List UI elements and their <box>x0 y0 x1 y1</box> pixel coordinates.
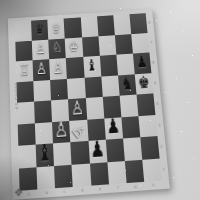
square-d2 <box>71 141 90 164</box>
square-f7 <box>98 35 116 56</box>
black-pawn-f3: ♟ <box>106 116 121 137</box>
file-label-g: g <box>126 182 144 191</box>
square-c6: ♙ <box>49 58 67 80</box>
square-d7: ♔ <box>65 37 83 58</box>
square-c8: ♕ <box>48 19 65 40</box>
black-bishop-b2: ♝ <box>37 141 52 164</box>
rank-label-3: 3 <box>155 114 163 136</box>
square-c1 <box>54 164 73 188</box>
square-f4 <box>102 96 121 118</box>
square-d1 <box>72 163 91 187</box>
white-pawn-c6: ♙ <box>52 59 64 75</box>
square-g2 <box>123 137 142 160</box>
square-h2 <box>140 136 159 159</box>
rank-label-5: 5 <box>151 72 159 93</box>
square-e2: ♟ <box>88 140 107 163</box>
black-king-h5: ♚ <box>137 73 150 91</box>
square-a2 <box>18 145 36 168</box>
square-b2: ♝ <box>36 143 54 166</box>
square-e5 <box>84 76 102 98</box>
square-e8 <box>80 16 98 37</box>
square-g3 <box>121 116 140 139</box>
square-h4 <box>136 93 155 115</box>
file-label-f: f <box>109 183 127 192</box>
board-edge-brand-text: US CHESS <box>13 89 19 109</box>
rank-label-2: 2 <box>157 136 165 158</box>
square-a6: ♖ <box>16 60 34 82</box>
square-b7: ♙ <box>32 39 49 60</box>
square-g1 <box>125 159 145 183</box>
square-b3 <box>35 122 53 145</box>
file-label-d: d <box>73 186 91 195</box>
square-f8 <box>97 15 115 36</box>
white-pawn-b6: ♙ <box>36 60 47 76</box>
square-b4 <box>34 100 52 122</box>
white-king-d7: ♔ <box>68 39 79 54</box>
square-g7 <box>115 34 133 55</box>
square-e6: ♝ <box>83 56 101 77</box>
file-label-b: b <box>37 188 55 197</box>
white-knight-c7: ♘ <box>52 40 63 55</box>
square-a3 <box>18 123 36 146</box>
chessboard-photo: ♛♕♙♘♔♖♙♙♝♟♞♚♙♙♙♟♝♟ 87654321 abcdefgh US … <box>0 0 200 200</box>
square-h7 <box>131 33 149 54</box>
square-c5 <box>50 78 68 100</box>
square-d6 <box>66 57 84 78</box>
square-a7 <box>15 40 32 61</box>
square-f3: ♟ <box>104 117 123 140</box>
square-b6: ♙ <box>33 59 51 81</box>
square-c4 <box>51 99 69 121</box>
square-h1 <box>142 158 162 182</box>
square-d4: ♙ <box>68 98 86 120</box>
white-pawn-b7: ♙ <box>35 41 46 56</box>
file-label-h: h <box>144 181 162 190</box>
black-bishop-e6: ♝ <box>86 57 98 73</box>
square-g5: ♞ <box>118 74 137 96</box>
square-a8 <box>15 21 32 42</box>
square-h6: ♟ <box>133 52 152 73</box>
rank-label-1: 1 <box>160 158 168 181</box>
square-e1 <box>89 162 108 186</box>
square-d3: ♙ <box>69 119 88 142</box>
square-f2 <box>105 138 124 161</box>
square-h8 <box>129 13 147 34</box>
square-f6 <box>99 55 117 76</box>
rank-label-4: 4 <box>153 93 161 115</box>
square-c7: ♘ <box>48 38 66 59</box>
white-rook-a6: ♖ <box>19 61 30 77</box>
white-queen-c8: ♕ <box>51 21 61 34</box>
square-f5 <box>101 75 119 97</box>
square-b8: ♛ <box>31 20 48 41</box>
black-pawn-e2: ♟ <box>89 138 105 161</box>
square-c3: ♙ <box>52 120 70 143</box>
rank-label-6: 6 <box>149 52 157 73</box>
square-b5 <box>33 80 51 102</box>
square-e3 <box>87 118 106 141</box>
square-a5 <box>16 81 34 103</box>
rank-label-8: 8 <box>146 13 154 33</box>
file-label-e: e <box>91 184 109 193</box>
square-h3 <box>138 114 157 137</box>
white-pawn-c3: ♙ <box>54 119 69 140</box>
square-d8 <box>64 17 82 38</box>
square-e7 <box>82 36 100 57</box>
square-g6 <box>116 54 134 75</box>
board-grid: ♛♕♙♘♔♖♙♙♝♟♞♚♙♙♙♟♝♟ <box>15 13 162 191</box>
file-label-c: c <box>55 187 73 196</box>
square-b1 <box>37 166 56 190</box>
four-knights-diamond-logo: ❖ <box>12 185 25 199</box>
square-g8 <box>113 14 131 35</box>
chess-board: ♛♕♙♘♔♖♙♙♝♟♞♚♙♙♙♟♝♟ 87654321 abcdefgh US … <box>8 9 170 200</box>
square-d5 <box>67 77 85 99</box>
black-pawn-h6: ♟ <box>136 53 148 69</box>
square-h5: ♚ <box>135 73 154 95</box>
square-c2 <box>53 142 72 165</box>
square-a4 <box>17 102 35 124</box>
square-f1 <box>107 161 126 185</box>
square-g4 <box>119 95 138 117</box>
square-e4 <box>85 97 104 119</box>
black-queen-b8: ♛ <box>35 22 45 36</box>
black-knight-g5: ♞ <box>120 74 133 92</box>
rank-label-7: 7 <box>148 32 156 52</box>
dust-speckles <box>0 0 1 1</box>
white-pawn-d4: ♙ <box>71 98 85 118</box>
